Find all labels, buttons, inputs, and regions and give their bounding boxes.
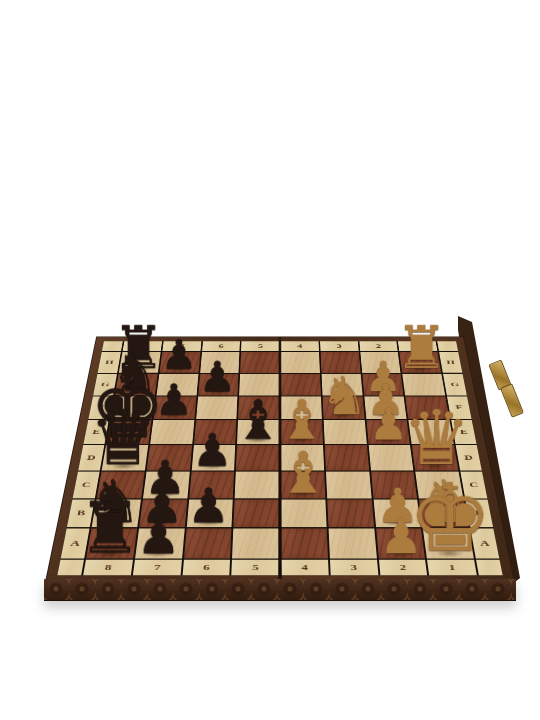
square-a3[interactable] — [328, 529, 376, 559]
rank-label: 4 — [281, 341, 319, 351]
rank-label: 5 — [241, 341, 279, 351]
piece-bB-e5[interactable]: ♝ — [234, 398, 283, 443]
square-h5[interactable] — [240, 352, 279, 373]
rank-label: 2 — [359, 341, 398, 351]
piece-wQ-d1[interactable]: ♛ — [403, 407, 471, 469]
rank-label: 2 — [379, 560, 428, 576]
file-label: G — [443, 374, 467, 396]
rank-label: 5 — [232, 560, 279, 576]
rank-label: 8 — [83, 560, 133, 576]
square-d3[interactable] — [325, 445, 369, 470]
square-a8[interactable]: ♜ — [86, 529, 137, 559]
piece-bP-a7[interactable]: ♟ — [136, 517, 180, 557]
square-b4[interactable] — [281, 499, 326, 527]
square-c5[interactable] — [235, 471, 279, 498]
square-b6[interactable]: ♟ — [186, 499, 233, 527]
square-e5[interactable]: ♝ — [237, 420, 279, 444]
piece-wR-h1[interactable]: ♜ — [395, 324, 447, 372]
piece-wB-e4[interactable]: ♝ — [277, 398, 326, 443]
piece-wN-f3[interactable]: ♞ — [320, 375, 367, 418]
rank-label: 3 — [330, 560, 378, 576]
rank-label: 1 — [427, 560, 477, 576]
square-c4[interactable]: ♝ — [281, 471, 325, 498]
square-d5[interactable] — [236, 445, 279, 470]
board-front-carved-edge — [44, 579, 516, 601]
square-g6[interactable]: ♟ — [198, 374, 239, 396]
piece-bP-h7[interactable]: ♟ — [161, 339, 197, 372]
square-c3[interactable] — [326, 471, 371, 498]
rank-label: 6 — [202, 341, 240, 351]
square-a4[interactable] — [281, 529, 328, 559]
square-f6[interactable] — [196, 396, 238, 419]
square-b3[interactable] — [327, 499, 374, 527]
piece-wP-a2[interactable]: ♟ — [380, 517, 424, 557]
square-g1[interactable] — [402, 374, 445, 396]
square-b5[interactable] — [234, 499, 279, 527]
square-h1[interactable]: ♜ — [400, 352, 442, 373]
square-d6[interactable]: ♟ — [191, 445, 235, 470]
square-a2[interactable]: ♟ — [376, 529, 425, 559]
square-a6[interactable] — [184, 529, 232, 559]
rank-label: 7 — [133, 560, 182, 576]
square-a7[interactable]: ♟ — [135, 529, 184, 559]
border-corner — [57, 560, 84, 576]
square-a1[interactable]: ♚ — [423, 529, 474, 559]
square-h4[interactable] — [281, 352, 320, 373]
board-perspective: 87654321H♜♟♜HG♞♟♟GF♟♞♟FE♚♝♝♟ED♛♟♛DC♟♝CB♞… — [46, 114, 514, 582]
square-a5[interactable] — [232, 529, 279, 559]
chess-board: 87654321H♜♟♜HG♞♟♟GF♟♞♟FE♚♝♝♟ED♛♟♛DC♟♝CB♞… — [46, 337, 514, 582]
piece-bR-a8[interactable]: ♜ — [78, 499, 141, 557]
border-corner — [476, 560, 503, 576]
rank-label: 4 — [281, 560, 328, 576]
chess-board-wrap: 87654321H♜♟♜HG♞♟♟GF♟♞♟FE♚♝♝♟ED♛♟♛DC♟♝CB♞… — [0, 100, 540, 660]
rank-label: 3 — [320, 341, 358, 351]
piece-bP-g6[interactable]: ♟ — [199, 360, 236, 394]
square-h7[interactable]: ♟ — [159, 352, 200, 373]
piece-wB-c4[interactable]: ♝ — [277, 450, 328, 497]
rank-label: 6 — [182, 560, 230, 576]
square-e3[interactable] — [323, 420, 366, 444]
piece-bP-d6[interactable]: ♟ — [193, 432, 233, 469]
square-f3[interactable]: ♞ — [322, 396, 364, 419]
product-photo-scene: 87654321H♜♟♜HG♞♟♟GF♟♞♟FE♚♝♝♟ED♛♟♛DC♟♝CB♞… — [0, 0, 540, 720]
piece-bP-b6[interactable]: ♟ — [188, 487, 231, 526]
